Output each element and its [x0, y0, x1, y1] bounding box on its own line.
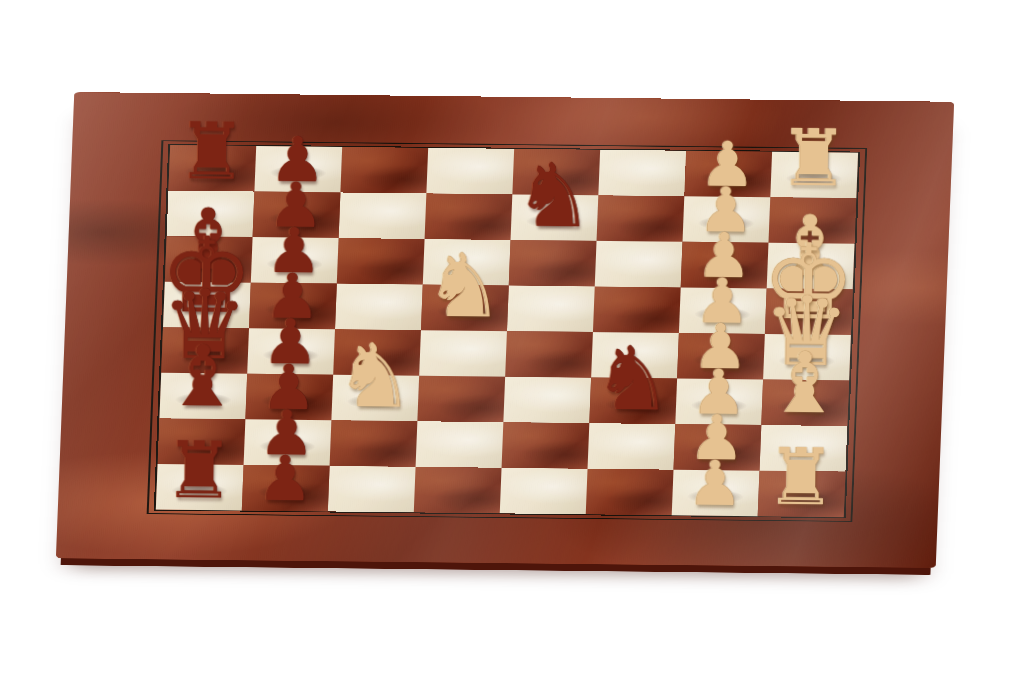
- square-g5[interactable]: [425, 193, 513, 240]
- square-h8[interactable]: ♜: [168, 145, 256, 192]
- piece-red-pawn-b7[interactable]: ♟: [259, 402, 315, 465]
- square-c3[interactable]: ♞: [589, 378, 677, 425]
- piece-red-knight-g4[interactable]: ♞: [514, 152, 594, 241]
- chessboard: ♜♟♟♜♟♞♟♝♟♟♝♚♟♞♟♚♛♟♟♛♝♟♞♞♟♝♟♟♜♟♟♜: [56, 92, 954, 568]
- scene: ♜♟♟♜♟♞♟♝♟♟♝♚♟♞♟♚♛♟♟♛♝♟♞♞♟♝♟♟♜♟♟♜: [0, 0, 1024, 683]
- piece-light-knight-c6[interactable]: ♞: [335, 332, 415, 421]
- square-b3[interactable]: [588, 423, 676, 470]
- square-e5[interactable]: ♞: [421, 285, 509, 332]
- square-d4[interactable]: [505, 331, 593, 378]
- square-h5[interactable]: [426, 148, 514, 195]
- square-c6[interactable]: ♞: [331, 375, 419, 422]
- playing-area: ♜♟♟♜♟♞♟♝♟♟♝♚♟♞♟♚♛♟♟♛♝♟♞♞♟♝♟♟♜♟♟♜: [154, 144, 860, 518]
- square-a6[interactable]: [328, 466, 416, 513]
- square-f4[interactable]: [509, 240, 597, 287]
- piece-red-knight-c3[interactable]: ♞: [593, 335, 673, 424]
- square-f6[interactable]: [337, 238, 425, 285]
- square-g4[interactable]: ♞: [511, 194, 599, 241]
- piece-red-rook-h8[interactable]: ♜: [177, 112, 248, 191]
- square-e6[interactable]: [335, 284, 423, 331]
- square-c4[interactable]: [503, 377, 591, 424]
- piece-light-rook-h1[interactable]: ♜: [778, 119, 849, 198]
- square-e4[interactable]: [507, 286, 595, 333]
- piece-light-knight-e5[interactable]: ♞: [425, 242, 505, 331]
- product-photo-frame: ♜♟♟♜♟♞♟♝♟♟♝♚♟♞♟♚♛♟♟♛♝♟♞♞♟♝♟♟♜♟♟♜: [0, 0, 1024, 683]
- square-h1[interactable]: ♜: [770, 152, 858, 199]
- square-d5[interactable]: [419, 330, 507, 377]
- square-c1[interactable]: ♝: [761, 380, 849, 427]
- square-c5[interactable]: [417, 376, 505, 423]
- square-e3[interactable]: [593, 286, 681, 333]
- square-b2[interactable]: ♟: [674, 424, 762, 471]
- square-f3[interactable]: [595, 241, 683, 288]
- squares-grid: ♜♟♟♜♟♞♟♝♟♟♝♚♟♞♟♚♛♟♟♛♝♟♞♞♟♝♟♟♜♟♟♜: [156, 145, 858, 517]
